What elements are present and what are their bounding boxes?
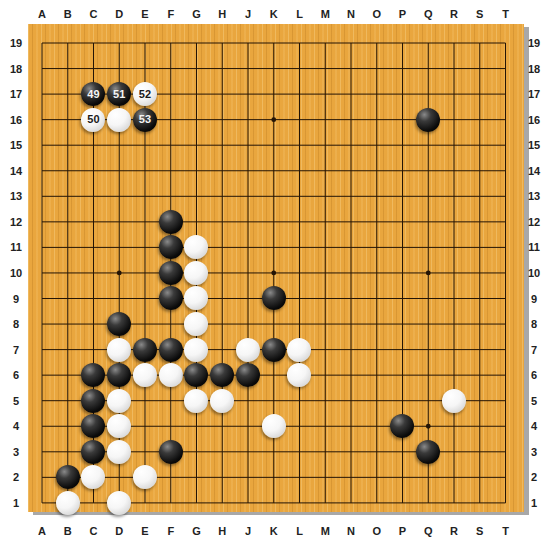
intersection-R19[interactable] [441,30,467,56]
intersection-E4[interactable] [132,413,158,439]
intersection-F16[interactable] [158,107,184,133]
intersection-G12[interactable] [184,209,210,235]
intersection-T4[interactable] [493,413,519,439]
intersection-R14[interactable] [441,158,467,184]
intersection-P15[interactable] [390,132,416,158]
intersection-N17[interactable] [338,81,364,107]
intersection-L2[interactable] [287,464,313,490]
intersection-F2[interactable] [158,464,184,490]
intersection-B4[interactable] [55,413,81,439]
white-stone-L6[interactable] [287,363,311,387]
intersection-J6[interactable] [235,362,261,388]
intersection-B12[interactable] [55,209,81,235]
intersection-N4[interactable] [338,413,364,439]
intersection-N19[interactable] [338,30,364,56]
intersection-F15[interactable] [158,132,184,158]
black-stone-F11[interactable] [159,235,183,259]
intersection-D13[interactable] [106,183,132,209]
intersection-N2[interactable] [338,464,364,490]
intersection-L18[interactable] [287,56,313,82]
intersection-Q2[interactable] [415,464,441,490]
intersection-P10[interactable] [390,260,416,286]
intersection-E5[interactable] [132,388,158,414]
white-stone-D7[interactable] [107,338,131,362]
intersection-D1[interactable] [106,490,132,516]
intersection-E6[interactable] [132,362,158,388]
intersection-R12[interactable] [441,209,467,235]
intersection-F10[interactable] [158,260,184,286]
intersection-C18[interactable] [81,56,107,82]
intersection-L16[interactable] [287,107,313,133]
intersection-R18[interactable] [441,56,467,82]
intersection-F17[interactable] [158,81,184,107]
intersection-M8[interactable] [312,311,338,337]
white-stone-K4[interactable] [262,414,286,438]
intersection-J1[interactable] [235,490,261,516]
intersection-G2[interactable] [184,464,210,490]
intersection-D18[interactable] [106,56,132,82]
intersection-G3[interactable] [184,439,210,465]
intersection-B9[interactable] [55,286,81,312]
intersection-C19[interactable] [81,30,107,56]
intersection-P14[interactable] [390,158,416,184]
intersection-L5[interactable] [287,388,313,414]
intersection-D14[interactable] [106,158,132,184]
intersection-P13[interactable] [390,183,416,209]
black-stone-C4[interactable] [81,414,105,438]
intersection-O13[interactable] [364,183,390,209]
intersection-Q10[interactable] [415,260,441,286]
intersection-B10[interactable] [55,260,81,286]
intersection-O17[interactable] [364,81,390,107]
intersection-Q19[interactable] [415,30,441,56]
intersection-C1[interactable] [81,490,107,516]
intersection-Q7[interactable] [415,337,441,363]
intersection-R2[interactable] [441,464,467,490]
intersection-E13[interactable] [132,183,158,209]
intersection-P12[interactable] [390,209,416,235]
intersection-C8[interactable] [81,311,107,337]
intersection-G4[interactable] [184,413,210,439]
intersection-S10[interactable] [467,260,493,286]
intersection-J14[interactable] [235,158,261,184]
intersection-G11[interactable] [184,235,210,261]
intersection-Q1[interactable] [415,490,441,516]
intersection-D4[interactable] [106,413,132,439]
intersection-A14[interactable] [29,158,55,184]
intersection-J3[interactable] [235,439,261,465]
white-stone-C2[interactable] [81,465,105,489]
intersection-F4[interactable] [158,413,184,439]
intersection-Q14[interactable] [415,158,441,184]
intersection-P19[interactable] [390,30,416,56]
white-stone-E17[interactable]: 52 [133,82,157,106]
intersection-Q5[interactable] [415,388,441,414]
intersection-S13[interactable] [467,183,493,209]
intersection-E19[interactable] [132,30,158,56]
black-stone-F12[interactable] [159,210,183,234]
intersection-J10[interactable] [235,260,261,286]
intersection-G16[interactable] [184,107,210,133]
intersection-G17[interactable] [184,81,210,107]
intersection-F3[interactable] [158,439,184,465]
black-stone-D6[interactable] [107,363,131,387]
black-stone-F3[interactable] [159,440,183,464]
intersection-C4[interactable] [81,413,107,439]
intersection-C6[interactable] [81,362,107,388]
intersection-F14[interactable] [158,158,184,184]
intersection-B11[interactable] [55,235,81,261]
intersection-D8[interactable] [106,311,132,337]
intersection-K13[interactable] [261,183,287,209]
black-stone-K7[interactable] [262,338,286,362]
intersection-M6[interactable] [312,362,338,388]
intersection-E7[interactable] [132,337,158,363]
intersection-N10[interactable] [338,260,364,286]
intersection-E3[interactable] [132,439,158,465]
intersection-J16[interactable] [235,107,261,133]
intersection-C16[interactable]: 50 [81,107,107,133]
intersection-F7[interactable] [158,337,184,363]
intersection-E16[interactable]: 53 [132,107,158,133]
intersection-P1[interactable] [390,490,416,516]
intersection-S17[interactable] [467,81,493,107]
intersection-D17[interactable]: 51 [106,81,132,107]
intersection-E10[interactable] [132,260,158,286]
intersection-F1[interactable] [158,490,184,516]
intersection-J8[interactable] [235,311,261,337]
white-stone-F6[interactable] [159,363,183,387]
intersection-O19[interactable] [364,30,390,56]
intersection-L15[interactable] [287,132,313,158]
intersection-N15[interactable] [338,132,364,158]
intersection-K16[interactable] [261,107,287,133]
black-stone-C5[interactable] [81,389,105,413]
intersection-A7[interactable] [29,337,55,363]
intersection-G13[interactable] [184,183,210,209]
intersection-A12[interactable] [29,209,55,235]
intersection-L1[interactable] [287,490,313,516]
intersection-O2[interactable] [364,464,390,490]
intersection-N5[interactable] [338,388,364,414]
intersection-R7[interactable] [441,337,467,363]
intersection-L12[interactable] [287,209,313,235]
white-stone-D16[interactable] [107,108,131,132]
intersection-K12[interactable] [261,209,287,235]
white-stone-G9[interactable] [184,286,208,310]
intersection-K5[interactable] [261,388,287,414]
intersection-O3[interactable] [364,439,390,465]
intersection-N3[interactable] [338,439,364,465]
intersection-Q11[interactable] [415,235,441,261]
intersection-M1[interactable] [312,490,338,516]
intersection-J12[interactable] [235,209,261,235]
black-stone-D17[interactable]: 51 [107,82,131,106]
intersection-D2[interactable] [106,464,132,490]
white-stone-E2[interactable] [133,465,157,489]
intersection-S1[interactable] [467,490,493,516]
intersection-L11[interactable] [287,235,313,261]
intersection-H16[interactable] [209,107,235,133]
intersection-O9[interactable] [364,286,390,312]
intersection-E17[interactable]: 52 [132,81,158,107]
intersection-E14[interactable] [132,158,158,184]
intersection-H1[interactable] [209,490,235,516]
intersection-N16[interactable] [338,107,364,133]
intersection-A15[interactable] [29,132,55,158]
intersection-O4[interactable] [364,413,390,439]
intersection-S7[interactable] [467,337,493,363]
intersection-R13[interactable] [441,183,467,209]
intersection-G5[interactable] [184,388,210,414]
intersection-J13[interactable] [235,183,261,209]
intersection-N14[interactable] [338,158,364,184]
intersection-D19[interactable] [106,30,132,56]
intersection-M3[interactable] [312,439,338,465]
intersection-B17[interactable] [55,81,81,107]
intersection-S11[interactable] [467,235,493,261]
intersection-H2[interactable] [209,464,235,490]
intersection-R5[interactable] [441,388,467,414]
intersection-M19[interactable] [312,30,338,56]
black-stone-D8[interactable] [107,312,131,336]
intersection-L17[interactable] [287,81,313,107]
intersection-C10[interactable] [81,260,107,286]
intersection-E8[interactable] [132,311,158,337]
intersection-T5[interactable] [493,388,519,414]
intersection-Q16[interactable] [415,107,441,133]
intersection-E9[interactable] [132,286,158,312]
intersection-N13[interactable] [338,183,364,209]
intersection-M13[interactable] [312,183,338,209]
intersection-E11[interactable] [132,235,158,261]
intersection-A1[interactable] [29,490,55,516]
intersection-R4[interactable] [441,413,467,439]
intersection-Q12[interactable] [415,209,441,235]
intersection-G15[interactable] [184,132,210,158]
intersection-Q6[interactable] [415,362,441,388]
intersection-R6[interactable] [441,362,467,388]
intersection-D11[interactable] [106,235,132,261]
intersection-D16[interactable] [106,107,132,133]
intersection-E12[interactable] [132,209,158,235]
black-stone-J6[interactable] [236,363,260,387]
intersection-T13[interactable] [493,183,519,209]
intersection-T2[interactable] [493,464,519,490]
intersection-M16[interactable] [312,107,338,133]
intersection-J7[interactable] [235,337,261,363]
intersection-O8[interactable] [364,311,390,337]
intersection-R3[interactable] [441,439,467,465]
intersection-H13[interactable] [209,183,235,209]
intersection-E18[interactable] [132,56,158,82]
intersection-T15[interactable] [493,132,519,158]
black-stone-C3[interactable] [81,440,105,464]
intersection-C5[interactable] [81,388,107,414]
intersection-B14[interactable] [55,158,81,184]
intersection-M17[interactable] [312,81,338,107]
intersection-R9[interactable] [441,286,467,312]
intersection-A18[interactable] [29,56,55,82]
intersection-A11[interactable] [29,235,55,261]
intersection-F19[interactable] [158,30,184,56]
intersection-G6[interactable] [184,362,210,388]
intersection-F12[interactable] [158,209,184,235]
intersection-F13[interactable] [158,183,184,209]
intersection-M9[interactable] [312,286,338,312]
intersection-O18[interactable] [364,56,390,82]
intersection-D5[interactable] [106,388,132,414]
white-stone-L7[interactable] [287,338,311,362]
intersection-Q15[interactable] [415,132,441,158]
intersection-L19[interactable] [287,30,313,56]
intersection-O10[interactable] [364,260,390,286]
intersection-F11[interactable] [158,235,184,261]
intersection-K18[interactable] [261,56,287,82]
intersection-J19[interactable] [235,30,261,56]
intersection-T7[interactable] [493,337,519,363]
intersection-K19[interactable] [261,30,287,56]
intersection-H12[interactable] [209,209,235,235]
intersection-H3[interactable] [209,439,235,465]
intersection-O14[interactable] [364,158,390,184]
intersection-A10[interactable] [29,260,55,286]
intersection-K14[interactable] [261,158,287,184]
black-stone-P4[interactable] [390,414,414,438]
intersection-F9[interactable] [158,286,184,312]
intersection-K2[interactable] [261,464,287,490]
intersection-T11[interactable] [493,235,519,261]
intersection-G19[interactable] [184,30,210,56]
intersection-G7[interactable] [184,337,210,363]
intersection-H17[interactable] [209,81,235,107]
intersection-C3[interactable] [81,439,107,465]
intersection-K10[interactable] [261,260,287,286]
intersection-N8[interactable] [338,311,364,337]
intersection-L14[interactable] [287,158,313,184]
white-stone-G7[interactable] [184,338,208,362]
black-stone-F7[interactable] [159,338,183,362]
intersection-N1[interactable] [338,490,364,516]
intersection-H6[interactable] [209,362,235,388]
intersection-T19[interactable] [493,30,519,56]
white-stone-G11[interactable] [184,235,208,259]
intersection-G18[interactable] [184,56,210,82]
intersection-J17[interactable] [235,81,261,107]
intersection-N11[interactable] [338,235,364,261]
intersection-N6[interactable] [338,362,364,388]
intersection-M7[interactable] [312,337,338,363]
intersection-K1[interactable] [261,490,287,516]
intersection-E2[interactable] [132,464,158,490]
intersection-D9[interactable] [106,286,132,312]
intersection-Q8[interactable] [415,311,441,337]
intersection-B1[interactable] [55,490,81,516]
intersection-Q3[interactable] [415,439,441,465]
intersection-K15[interactable] [261,132,287,158]
intersection-F18[interactable] [158,56,184,82]
intersection-T10[interactable] [493,260,519,286]
intersection-P6[interactable] [390,362,416,388]
intersection-D6[interactable] [106,362,132,388]
intersection-S16[interactable] [467,107,493,133]
intersection-C7[interactable] [81,337,107,363]
intersection-S3[interactable] [467,439,493,465]
intersection-B16[interactable] [55,107,81,133]
intersection-O1[interactable] [364,490,390,516]
intersection-B13[interactable] [55,183,81,209]
intersection-P4[interactable] [390,413,416,439]
intersection-J2[interactable] [235,464,261,490]
intersection-G1[interactable] [184,490,210,516]
black-stone-K9[interactable] [262,286,286,310]
intersection-P9[interactable] [390,286,416,312]
intersection-B3[interactable] [55,439,81,465]
intersection-R8[interactable] [441,311,467,337]
intersection-R1[interactable] [441,490,467,516]
intersection-T8[interactable] [493,311,519,337]
white-stone-E6[interactable] [133,363,157,387]
white-stone-G5[interactable] [184,389,208,413]
intersection-P8[interactable] [390,311,416,337]
black-stone-C6[interactable] [81,363,105,387]
intersection-B8[interactable] [55,311,81,337]
white-stone-D5[interactable] [107,389,131,413]
intersection-A6[interactable] [29,362,55,388]
intersection-S15[interactable] [467,132,493,158]
intersection-P3[interactable] [390,439,416,465]
intersection-T1[interactable] [493,490,519,516]
intersection-R10[interactable] [441,260,467,286]
intersection-P16[interactable] [390,107,416,133]
intersection-O11[interactable] [364,235,390,261]
intersection-T17[interactable] [493,81,519,107]
intersection-A19[interactable] [29,30,55,56]
intersection-T16[interactable] [493,107,519,133]
intersection-A3[interactable] [29,439,55,465]
intersection-S18[interactable] [467,56,493,82]
intersection-A17[interactable] [29,81,55,107]
intersection-K8[interactable] [261,311,287,337]
intersection-O12[interactable] [364,209,390,235]
intersection-L10[interactable] [287,260,313,286]
intersection-Q9[interactable] [415,286,441,312]
intersection-F5[interactable] [158,388,184,414]
intersection-M18[interactable] [312,56,338,82]
intersection-P11[interactable] [390,235,416,261]
intersection-B5[interactable] [55,388,81,414]
intersection-H9[interactable] [209,286,235,312]
intersection-L13[interactable] [287,183,313,209]
intersection-S9[interactable] [467,286,493,312]
intersection-R16[interactable] [441,107,467,133]
intersection-Q18[interactable] [415,56,441,82]
intersection-G8[interactable] [184,311,210,337]
intersection-N12[interactable] [338,209,364,235]
intersection-T12[interactable] [493,209,519,235]
intersection-D12[interactable] [106,209,132,235]
intersection-M10[interactable] [312,260,338,286]
intersection-J18[interactable] [235,56,261,82]
intersection-C14[interactable] [81,158,107,184]
intersection-H7[interactable] [209,337,235,363]
black-stone-C17[interactable]: 49 [81,82,105,106]
intersection-H11[interactable] [209,235,235,261]
intersection-C13[interactable] [81,183,107,209]
intersection-C9[interactable] [81,286,107,312]
black-stone-E7[interactable] [133,338,157,362]
intersection-S5[interactable] [467,388,493,414]
